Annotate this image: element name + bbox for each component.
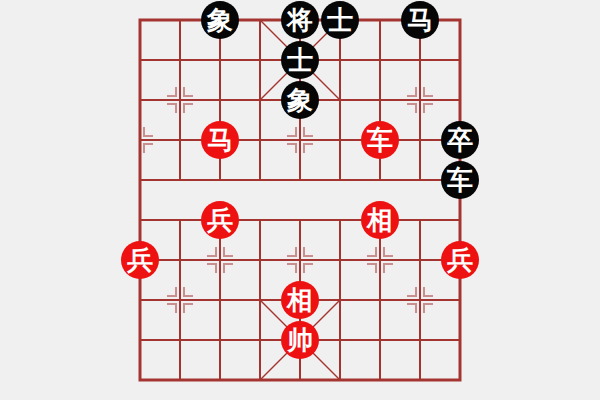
piece-black-elephant[interactable]: 象	[281, 81, 319, 119]
piece-black-horse[interactable]: 马	[401, 1, 439, 39]
pieces-layer: 象将士马士象马车卒车兵相兵兵相帅	[120, 0, 480, 400]
piece-black-advisor[interactable]: 士	[281, 41, 319, 79]
piece-red-soldier[interactable]: 兵	[121, 241, 159, 279]
piece-red-elephant[interactable]: 相	[361, 201, 399, 239]
piece-red-chariot[interactable]: 车	[361, 121, 399, 159]
piece-red-soldier[interactable]: 兵	[441, 241, 479, 279]
xiangqi-board: 象将士马士象马车卒车兵相兵兵相帅	[0, 0, 600, 400]
piece-black-general[interactable]: 将	[281, 1, 319, 39]
piece-red-elephant[interactable]: 相	[281, 281, 319, 319]
piece-black-soldier[interactable]: 卒	[441, 121, 479, 159]
piece-black-chariot[interactable]: 车	[441, 161, 479, 199]
piece-black-advisor[interactable]: 士	[321, 1, 359, 39]
piece-red-horse[interactable]: 马	[201, 121, 239, 159]
piece-red-general[interactable]: 帅	[281, 321, 319, 359]
piece-black-elephant[interactable]: 象	[201, 1, 239, 39]
piece-red-soldier[interactable]: 兵	[201, 201, 239, 239]
